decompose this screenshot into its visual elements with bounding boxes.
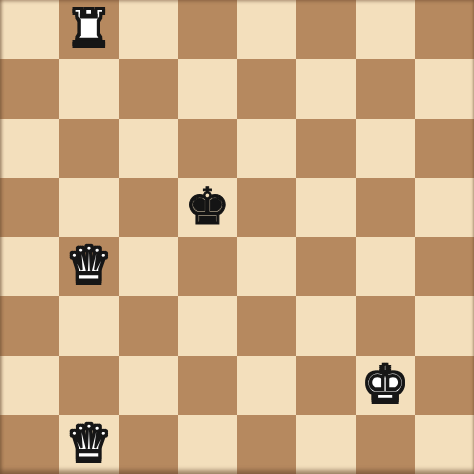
square-c6[interactable] — [119, 119, 178, 178]
square-f2[interactable] — [296, 356, 355, 415]
square-h4[interactable] — [415, 237, 474, 296]
square-c2[interactable] — [119, 356, 178, 415]
square-a3[interactable] — [0, 296, 59, 355]
square-g8[interactable] — [356, 0, 415, 59]
square-h7[interactable] — [415, 59, 474, 118]
piece-black-king-d5[interactable]: ♚ — [185, 181, 231, 232]
square-f5[interactable] — [296, 178, 355, 237]
piece-white-queen-b1[interactable]: ♛ — [66, 418, 112, 469]
square-h5[interactable] — [415, 178, 474, 237]
square-g7[interactable] — [356, 59, 415, 118]
square-d2[interactable] — [178, 356, 237, 415]
square-g1[interactable] — [356, 415, 415, 474]
square-h1[interactable] — [415, 415, 474, 474]
square-d3[interactable] — [178, 296, 237, 355]
piece-white-rook-b8[interactable]: ♜ — [66, 3, 112, 54]
square-a1[interactable] — [0, 415, 59, 474]
square-f1[interactable] — [296, 415, 355, 474]
square-b2[interactable] — [59, 356, 118, 415]
square-d7[interactable] — [178, 59, 237, 118]
square-f4[interactable] — [296, 237, 355, 296]
piece-white-king-g2[interactable]: ♚ — [362, 359, 408, 410]
square-f8[interactable] — [296, 0, 355, 59]
square-e2[interactable] — [237, 356, 296, 415]
square-c8[interactable] — [119, 0, 178, 59]
square-b5[interactable] — [59, 178, 118, 237]
square-d4[interactable] — [178, 237, 237, 296]
square-b7[interactable] — [59, 59, 118, 118]
square-c5[interactable] — [119, 178, 178, 237]
square-g4[interactable] — [356, 237, 415, 296]
square-e1[interactable] — [237, 415, 296, 474]
square-d8[interactable] — [178, 0, 237, 59]
square-e3[interactable] — [237, 296, 296, 355]
square-e4[interactable] — [237, 237, 296, 296]
piece-white-queen-b4[interactable]: ♛ — [66, 240, 112, 291]
square-f7[interactable] — [296, 59, 355, 118]
square-b6[interactable] — [59, 119, 118, 178]
square-h3[interactable] — [415, 296, 474, 355]
square-d1[interactable] — [178, 415, 237, 474]
square-d6[interactable] — [178, 119, 237, 178]
square-d5[interactable]: ♚ — [178, 178, 237, 237]
square-h6[interactable] — [415, 119, 474, 178]
square-a4[interactable] — [0, 237, 59, 296]
square-e6[interactable] — [237, 119, 296, 178]
square-g3[interactable] — [356, 296, 415, 355]
square-a7[interactable] — [0, 59, 59, 118]
square-f6[interactable] — [296, 119, 355, 178]
square-b8[interactable]: ♜ — [59, 0, 118, 59]
square-b3[interactable] — [59, 296, 118, 355]
square-a2[interactable] — [0, 356, 59, 415]
square-b1[interactable]: ♛ — [59, 415, 118, 474]
square-c1[interactable] — [119, 415, 178, 474]
square-g5[interactable] — [356, 178, 415, 237]
square-a6[interactable] — [0, 119, 59, 178]
square-f3[interactable] — [296, 296, 355, 355]
square-c4[interactable] — [119, 237, 178, 296]
square-e7[interactable] — [237, 59, 296, 118]
square-e5[interactable] — [237, 178, 296, 237]
square-g2[interactable]: ♚ — [356, 356, 415, 415]
square-a5[interactable] — [0, 178, 59, 237]
chess-board: ♜♚♛♚♛ — [0, 0, 474, 474]
square-b4[interactable]: ♛ — [59, 237, 118, 296]
chess-board-area: ♜♚♛♚♛ — [0, 0, 474, 474]
square-c3[interactable] — [119, 296, 178, 355]
square-h8[interactable] — [415, 0, 474, 59]
square-h2[interactable] — [415, 356, 474, 415]
square-a8[interactable] — [0, 0, 59, 59]
square-g6[interactable] — [356, 119, 415, 178]
square-c7[interactable] — [119, 59, 178, 118]
square-e8[interactable] — [237, 0, 296, 59]
